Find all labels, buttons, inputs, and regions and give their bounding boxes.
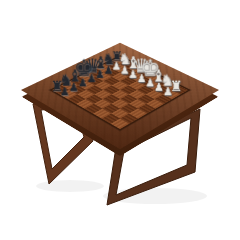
floor-shadow-left bbox=[36, 180, 104, 192]
piece-black-pawn[interactable]: ♟ bbox=[48, 86, 80, 97]
piece-white-pawn[interactable]: ♟ bbox=[152, 86, 184, 97]
product-photo-scene: ♜♞♝♛♚♝♞♜♞♟♟♟♟♟♟♟♝♟♛♟♚♟♝♟♞♟♜♟ bbox=[0, 0, 240, 240]
board-square[interactable] bbox=[103, 86, 120, 95]
